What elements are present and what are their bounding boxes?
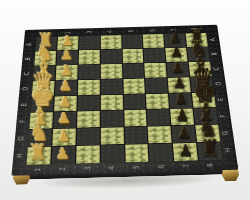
square-g2: ♟ (52, 129, 76, 146)
square-h7: ♟ (173, 143, 198, 161)
product-photo-scene: 12345678 12345678 ABCDEFGH ABCDEFGH ♜♟♟♜… (0, 0, 250, 200)
square-f2: ♟ (53, 112, 76, 129)
square-a1: ♜ (35, 37, 56, 51)
square-f1: ♝ (29, 112, 53, 129)
square-b7: ♟ (166, 47, 188, 61)
piece-black-pawn: ♟ (171, 109, 194, 124)
piece-black-pawn: ♟ (169, 76, 191, 90)
square-a5 (122, 35, 143, 49)
square-f5 (124, 110, 147, 127)
chess-board: 12345678 12345678 ABCDEFGH ABCDEFGH ♜♟♟♜… (12, 25, 239, 176)
square-d4 (100, 79, 122, 94)
square-g6 (148, 126, 172, 143)
square-f8: ♝ (194, 108, 218, 125)
square-a7: ♟ (164, 33, 186, 47)
square-f3 (77, 111, 100, 128)
square-b1: ♞ (34, 51, 56, 65)
piece-white-pawn: ♟ (53, 112, 76, 127)
square-e3 (77, 95, 99, 111)
piece-white-pawn: ♟ (57, 35, 78, 48)
square-h2: ♟ (51, 146, 75, 164)
square-d6 (145, 78, 168, 93)
square-b6 (144, 48, 166, 62)
square-d2: ♟ (55, 80, 77, 96)
board-grid: ♜♟♟♜♞♟♟♞♝♟♟♝♛♟♟♛♚♟♟♚♝♟♟♝♞♟♟♞♜♟♟♜ (27, 33, 223, 165)
piece-black-pawn: ♟ (174, 143, 198, 158)
piece-black-pawn: ♟ (172, 126, 195, 141)
square-c3 (78, 64, 99, 79)
square-c5 (123, 63, 145, 78)
square-f7: ♟ (170, 109, 194, 126)
square-c4 (100, 64, 121, 79)
square-f6 (147, 109, 171, 126)
square-g4 (100, 127, 123, 144)
square-h4 (100, 145, 124, 163)
square-e4 (100, 94, 122, 110)
piece-white-pawn: ♟ (54, 95, 77, 109)
piece-black-pawn: ♟ (165, 32, 186, 45)
square-c7: ♟ (167, 62, 190, 77)
square-d1: ♛ (32, 81, 55, 97)
square-c6 (145, 63, 167, 78)
square-c8: ♝ (189, 61, 212, 76)
square-g1: ♞ (28, 129, 52, 146)
square-g7: ♟ (172, 126, 196, 143)
square-h6 (149, 144, 174, 162)
square-h5 (125, 144, 149, 162)
square-h8: ♜ (197, 142, 222, 160)
piece-black-pawn: ♟ (170, 92, 193, 106)
square-c2: ♟ (56, 65, 78, 80)
square-e8: ♚ (192, 92, 216, 108)
square-a2: ♟ (57, 36, 78, 50)
square-b4 (100, 49, 121, 63)
square-a8: ♜ (186, 33, 208, 47)
square-g3 (76, 128, 99, 145)
square-b8: ♞ (187, 47, 210, 61)
square-b3 (78, 50, 99, 64)
piece-white-pawn: ♟ (56, 49, 77, 63)
square-e6 (146, 93, 169, 109)
square-e2: ♟ (54, 96, 77, 112)
board-frame: 12345678 12345678 ABCDEFGH ABCDEFGH ♜♟♟♜… (12, 25, 239, 176)
piece-black-pawn: ♟ (167, 61, 189, 75)
piece-white-pawn: ♟ (55, 64, 77, 78)
square-h3 (76, 146, 100, 164)
tilt-wrapper: 12345678 12345678 ABCDEFGH ABCDEFGH ♜♟♟♜… (0, 0, 250, 200)
square-d7: ♟ (168, 77, 191, 92)
square-e1: ♚ (31, 96, 54, 112)
square-g5 (124, 127, 148, 144)
piece-black-pawn: ♟ (166, 46, 187, 60)
square-d3 (78, 79, 100, 95)
square-g8: ♞ (195, 125, 220, 142)
square-d5 (123, 78, 145, 93)
piece-white-pawn: ♟ (55, 79, 77, 93)
square-b5 (122, 49, 143, 63)
square-a4 (100, 35, 121, 49)
piece-white-pawn: ♟ (51, 147, 75, 162)
square-c1: ♝ (33, 65, 55, 80)
square-a6 (143, 34, 164, 48)
square-a3 (79, 36, 100, 50)
square-d8: ♛ (190, 76, 213, 91)
piece-white-pawn: ♟ (52, 129, 75, 144)
square-e7: ♟ (169, 93, 192, 109)
square-e5 (123, 94, 146, 110)
square-b2: ♟ (56, 50, 77, 64)
piece-white-rook: ♜ (35, 31, 56, 49)
square-h1: ♜ (27, 147, 52, 165)
square-f4 (100, 111, 123, 128)
piece-black-rook: ♜ (186, 27, 207, 45)
